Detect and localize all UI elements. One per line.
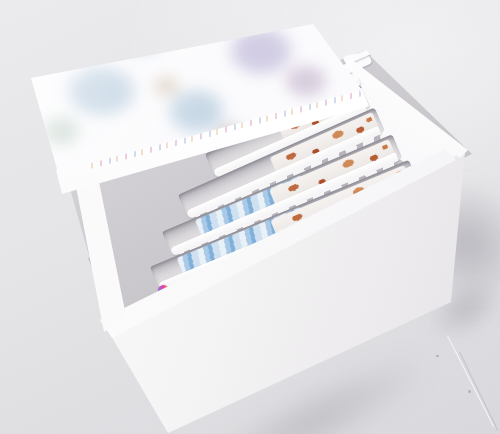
- dust-speck: [468, 390, 471, 393]
- photo-canvas: [0, 0, 500, 434]
